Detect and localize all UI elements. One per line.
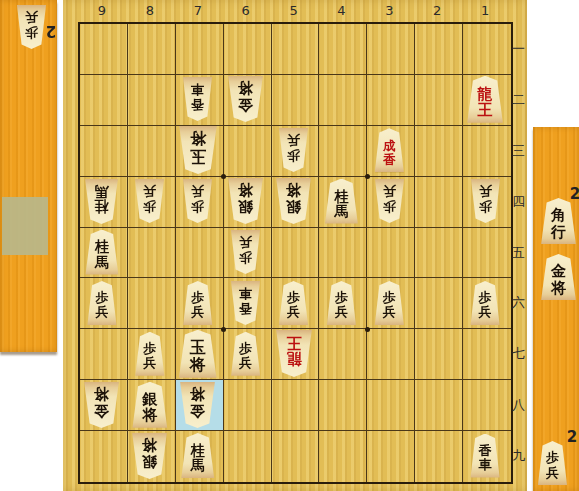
square-9-2[interactable] bbox=[80, 75, 128, 126]
square-5-8[interactable] bbox=[272, 380, 320, 431]
square-3-7[interactable] bbox=[367, 329, 415, 380]
piece-kanji: 金 bbox=[94, 402, 109, 418]
square-6-9[interactable] bbox=[224, 431, 272, 482]
piece-kanji: 将 bbox=[238, 81, 253, 97]
piece-kanji: 将 bbox=[190, 130, 206, 147]
square-7-1[interactable] bbox=[176, 24, 224, 75]
square-4-9[interactable] bbox=[319, 431, 367, 482]
hand-piece-count: 2 bbox=[565, 428, 579, 446]
square-9-3[interactable] bbox=[80, 126, 128, 177]
square-8-2[interactable] bbox=[128, 75, 176, 126]
file-label: 7 bbox=[174, 3, 222, 18]
square-2-5[interactable] bbox=[415, 228, 463, 279]
piece-kanji: 成 bbox=[383, 139, 396, 153]
piece-kanji: 桂 bbox=[334, 189, 348, 204]
piece-kanji: 将 bbox=[142, 407, 157, 423]
piece-kanji: 兵 bbox=[95, 305, 108, 319]
square-2-4[interactable] bbox=[415, 177, 463, 228]
square-4-8[interactable] bbox=[319, 380, 367, 431]
piece-kanji: 兵 bbox=[191, 305, 204, 319]
square-8-1[interactable] bbox=[128, 24, 176, 75]
piece-kanji: 兵 bbox=[383, 185, 396, 199]
star-point bbox=[221, 327, 226, 332]
rank-label: 四 bbox=[510, 193, 527, 211]
piece-kanji: 銀 bbox=[238, 199, 253, 215]
piece-kanji: 車 bbox=[239, 286, 252, 300]
piece-kanji: 玉 bbox=[190, 148, 206, 165]
piece-kanji: 車 bbox=[479, 458, 492, 472]
square-5-9[interactable] bbox=[272, 431, 320, 482]
rank-label: 三 bbox=[510, 142, 527, 160]
rank-label: 二 bbox=[510, 91, 527, 109]
square-3-8[interactable] bbox=[367, 380, 415, 431]
rank-label: 五 bbox=[510, 244, 527, 262]
piece-kanji: 兵 bbox=[479, 305, 492, 319]
square-8-5[interactable] bbox=[128, 228, 176, 279]
piece-kanji: 王 bbox=[478, 102, 493, 118]
piece-kanji: 香 bbox=[191, 97, 204, 111]
piece-kanji: 将 bbox=[94, 386, 109, 402]
square-6-8[interactable] bbox=[224, 380, 272, 431]
piece-kanji: 龍 bbox=[286, 351, 301, 367]
square-1-8[interactable] bbox=[463, 380, 511, 431]
file-label: 9 bbox=[78, 3, 126, 18]
square-2-1[interactable] bbox=[415, 24, 463, 75]
piece-kanji: 歩 bbox=[383, 291, 396, 305]
piece-kanji: 将 bbox=[142, 437, 157, 453]
square-8-3[interactable] bbox=[128, 126, 176, 177]
square-3-1[interactable] bbox=[367, 24, 415, 75]
piece-kanji: 香 bbox=[479, 444, 492, 458]
file-label: 3 bbox=[365, 3, 413, 18]
piece-kanji: 歩 bbox=[546, 451, 559, 465]
piece-kanji: 歩 bbox=[143, 199, 156, 213]
piece-kanji: 金 bbox=[551, 263, 566, 279]
piece-kanji: 将 bbox=[190, 386, 205, 402]
piece-kanji: 兵 bbox=[479, 185, 492, 199]
piece-kanji: 馬 bbox=[95, 184, 109, 199]
rank-label: 一 bbox=[510, 40, 527, 58]
piece-kanji: 兵 bbox=[143, 356, 156, 370]
star-point bbox=[365, 174, 370, 179]
piece-bishop[interactable]: 角行 bbox=[540, 198, 577, 244]
square-2-2[interactable] bbox=[415, 75, 463, 126]
hand-piece-count: 2 bbox=[568, 185, 579, 203]
square-9-1[interactable] bbox=[80, 24, 128, 75]
square-8-6[interactable] bbox=[128, 278, 176, 329]
rank-label: 六 bbox=[510, 294, 527, 312]
piece-kanji: 銀 bbox=[142, 453, 157, 469]
piece-kanji: 玉 bbox=[190, 339, 206, 356]
rank-label: 八 bbox=[510, 396, 527, 414]
piece-kanji: 桂 bbox=[191, 443, 205, 458]
piece-kanji: 兵 bbox=[335, 305, 348, 319]
file-label: 1 bbox=[461, 3, 509, 18]
piece-pawn[interactable]: 歩兵 bbox=[16, 5, 47, 49]
piece-kanji: 銀 bbox=[286, 199, 301, 215]
piece-kanji: 歩 bbox=[287, 291, 300, 305]
piece-kanji: 将 bbox=[551, 280, 566, 296]
square-1-5[interactable] bbox=[463, 228, 511, 279]
square-4-7[interactable] bbox=[319, 329, 367, 380]
piece-kanji: 歩 bbox=[239, 250, 252, 264]
piece-kanji: 馬 bbox=[191, 458, 205, 473]
square-5-1[interactable] bbox=[272, 24, 320, 75]
square-4-5[interactable] bbox=[319, 228, 367, 279]
rank-label: 九 bbox=[510, 447, 527, 465]
piece-kanji: 王 bbox=[286, 335, 301, 351]
square-4-3[interactable] bbox=[319, 126, 367, 177]
piece-kanji: 兵 bbox=[143, 185, 156, 199]
piece-kanji: 歩 bbox=[95, 291, 108, 305]
file-label: 4 bbox=[317, 3, 365, 18]
piece-kanji: 歩 bbox=[143, 342, 156, 356]
piece-kanji: 兵 bbox=[239, 356, 252, 370]
piece-gold[interactable]: 金将 bbox=[540, 254, 577, 300]
piece-kanji: 香 bbox=[383, 153, 396, 167]
square-6-1[interactable] bbox=[224, 24, 272, 75]
piece-kanji: 馬 bbox=[334, 204, 348, 219]
piece-kanji: 桂 bbox=[95, 199, 109, 214]
square-2-7[interactable] bbox=[415, 329, 463, 380]
file-label: 2 bbox=[413, 3, 461, 18]
square-3-5[interactable] bbox=[367, 228, 415, 279]
shogi-app: { "game": "shogi", "position": { "sfen":… bbox=[0, 0, 579, 491]
piece-kanji: 龍 bbox=[478, 86, 493, 102]
piece-kanji: 将 bbox=[238, 182, 253, 198]
piece-kanji: 銀 bbox=[142, 391, 157, 407]
piece-kanji: 車 bbox=[191, 83, 204, 97]
piece-kanji: 香 bbox=[239, 300, 252, 314]
rank-label: 七 bbox=[510, 345, 527, 363]
square-5-5[interactable] bbox=[272, 228, 320, 279]
piece-kanji: 兵 bbox=[239, 235, 252, 249]
square-4-1[interactable] bbox=[319, 24, 367, 75]
square-2-3[interactable] bbox=[415, 126, 463, 177]
square-6-3[interactable] bbox=[224, 126, 272, 177]
piece-kanji: 兵 bbox=[25, 10, 38, 24]
piece-kanji: 兵 bbox=[191, 185, 204, 199]
square-9-9[interactable] bbox=[80, 431, 128, 482]
gote-captured-stand: 歩兵2 bbox=[0, 0, 57, 352]
square-2-8[interactable] bbox=[415, 380, 463, 431]
star-point bbox=[365, 327, 370, 332]
hand-piece-count: 2 bbox=[44, 22, 58, 40]
square-3-9[interactable] bbox=[367, 431, 415, 482]
square-3-2[interactable] bbox=[367, 75, 415, 126]
file-label: 6 bbox=[222, 3, 270, 18]
square-1-1[interactable] bbox=[463, 24, 511, 75]
piece-kanji: 歩 bbox=[287, 148, 300, 162]
square-1-3[interactable] bbox=[463, 126, 511, 177]
piece-kanji: 角 bbox=[551, 207, 566, 223]
piece-kanji: 桂 bbox=[95, 239, 109, 254]
piece-kanji: 馬 bbox=[95, 255, 109, 270]
piece-kanji: 将 bbox=[286, 182, 301, 198]
piece-kanji: 歩 bbox=[25, 25, 38, 39]
piece-kanji: 兵 bbox=[383, 305, 396, 319]
square-5-2[interactable] bbox=[272, 75, 320, 126]
piece-kanji: 歩 bbox=[191, 199, 204, 213]
square-7-5[interactable] bbox=[176, 228, 224, 279]
piece-kanji: 兵 bbox=[546, 466, 559, 480]
piece-kanji: 将 bbox=[190, 356, 206, 373]
piece-kanji: 歩 bbox=[335, 291, 348, 305]
stand-slot-highlight bbox=[2, 197, 48, 255]
shogi-board: 987654321一二三四五六七八九香車金将龍王玉将歩兵成香桂馬歩兵歩兵銀将銀将… bbox=[63, 0, 527, 491]
piece-kanji: 兵 bbox=[287, 134, 300, 148]
sente-captured-stand: 角行2金将歩兵2 bbox=[533, 127, 579, 491]
square-2-6[interactable] bbox=[415, 278, 463, 329]
piece-pawn[interactable]: 歩兵 bbox=[537, 441, 568, 485]
square-4-2[interactable] bbox=[319, 75, 367, 126]
square-2-9[interactable] bbox=[415, 431, 463, 482]
square-9-7[interactable] bbox=[80, 329, 128, 380]
piece-kanji: 金 bbox=[190, 402, 205, 418]
file-label: 5 bbox=[270, 3, 318, 18]
piece-kanji: 行 bbox=[551, 224, 566, 240]
piece-kanji: 歩 bbox=[383, 199, 396, 213]
piece-kanji: 歩 bbox=[191, 291, 204, 305]
piece-kanji: 歩 bbox=[479, 291, 492, 305]
piece-kanji: 歩 bbox=[479, 199, 492, 213]
piece-kanji: 金 bbox=[238, 97, 253, 113]
piece-kanji: 歩 bbox=[239, 342, 252, 356]
square-1-7[interactable] bbox=[463, 329, 511, 380]
piece-kanji: 兵 bbox=[287, 305, 300, 319]
file-label: 8 bbox=[126, 3, 174, 18]
